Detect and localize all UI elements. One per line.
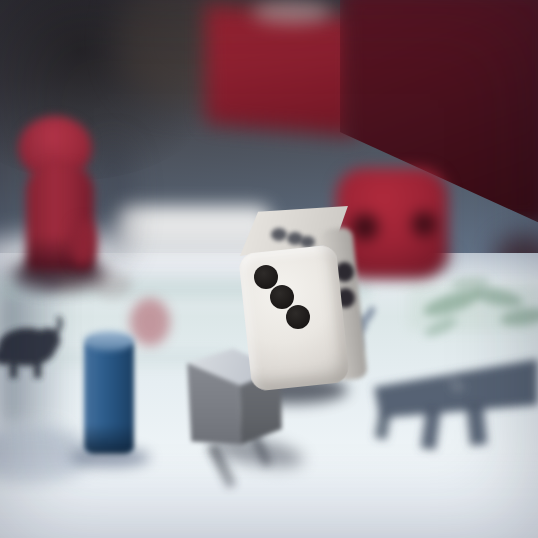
red-pawn-highlight: [70, 220, 96, 266]
white-die-front-pip: [286, 305, 310, 329]
deer-silhouette: [374, 359, 538, 450]
box-logo-blur: [252, 0, 332, 24]
white-die-front-pip: [254, 265, 278, 289]
red-die-pip: [412, 212, 436, 236]
blue-cylinder-token: [84, 340, 134, 454]
white-die-front-pip: [270, 285, 294, 309]
boar-silhouette: [0, 317, 60, 378]
red-die-pip: [352, 214, 378, 240]
foreground-blur-wash: [0, 455, 538, 538]
boardgame-photo: [0, 0, 538, 538]
red-board-mark: [130, 298, 170, 346]
white-die-top-pip: [271, 228, 287, 241]
blue-cylinder-top: [84, 331, 134, 351]
pawn-cast-shadow: [92, 140, 134, 265]
